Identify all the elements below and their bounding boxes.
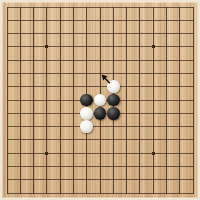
- grid-line-horizontal-15: [7, 193, 194, 194]
- black-stone: [107, 94, 120, 107]
- gomoku-board[interactable]: [0, 0, 200, 200]
- grid-line-vertical-15: [193, 7, 194, 194]
- star-point: [45, 152, 48, 155]
- grid-line-horizontal-13: [7, 166, 194, 167]
- last-move-arrow-icon: [101, 74, 111, 84]
- star-point: [152, 45, 155, 48]
- black-stone: [107, 107, 120, 120]
- black-stone: [94, 107, 107, 120]
- grid-line-vertical-14: [179, 7, 180, 194]
- black-stone: [80, 94, 93, 107]
- grid-line-horizontal-14: [7, 179, 194, 180]
- star-point: [45, 45, 48, 48]
- white-stone: [80, 107, 93, 120]
- star-point: [152, 152, 155, 155]
- white-stone: [80, 120, 93, 133]
- white-stone: [94, 94, 107, 107]
